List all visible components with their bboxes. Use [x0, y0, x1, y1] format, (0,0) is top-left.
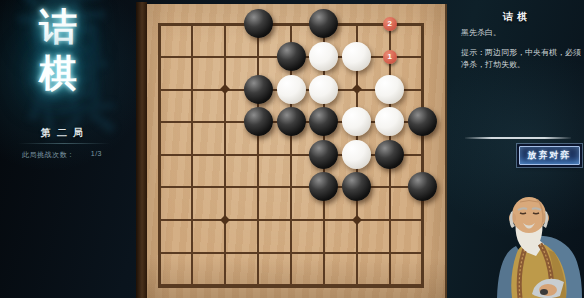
- board-cell[interactable]: [242, 105, 275, 138]
- white-stone: [342, 42, 371, 71]
- black-stone: [375, 140, 404, 169]
- black-stone: [342, 172, 371, 201]
- board-cell[interactable]: [176, 236, 209, 269]
- board-cell[interactable]: [242, 171, 275, 204]
- board-cell[interactable]: [176, 171, 209, 204]
- board-cell[interactable]: [373, 268, 406, 298]
- black-stone: [309, 172, 338, 201]
- board-cell[interactable]: [209, 8, 242, 41]
- board-cell[interactable]: [143, 105, 176, 138]
- board-cell[interactable]: [242, 268, 275, 298]
- board-cell[interactable]: 1: [373, 40, 406, 73]
- black-stone: [244, 9, 273, 38]
- move-marker: 1: [383, 50, 397, 64]
- board-cell[interactable]: [373, 203, 406, 236]
- panel-divider: [465, 137, 571, 139]
- board-cell[interactable]: [209, 105, 242, 138]
- board-cell[interactable]: [275, 203, 308, 236]
- board-cell[interactable]: [340, 171, 373, 204]
- attempts-label: 此局挑战次数：: [22, 150, 75, 160]
- board-cell[interactable]: [242, 40, 275, 73]
- sidebar: 诘 棋 诘 棋 第二局 此局挑战次数： 1/3: [0, 0, 130, 298]
- white-stone: [375, 75, 404, 104]
- board-cell[interactable]: [373, 236, 406, 269]
- board-cell[interactable]: [143, 236, 176, 269]
- board-cell[interactable]: [275, 73, 308, 106]
- board-cell[interactable]: [176, 203, 209, 236]
- board-cell[interactable]: [143, 138, 176, 171]
- board-cell[interactable]: [307, 105, 340, 138]
- board-cell[interactable]: [406, 268, 439, 298]
- board-cell[interactable]: [242, 138, 275, 171]
- board-cell[interactable]: [242, 236, 275, 269]
- panel-title: 诘棋: [450, 10, 584, 24]
- board-cell[interactable]: [406, 8, 439, 41]
- board-cell[interactable]: [176, 268, 209, 298]
- board-cell[interactable]: [275, 268, 308, 298]
- board-cell[interactable]: [340, 105, 373, 138]
- black-stone: [309, 140, 338, 169]
- board-grid: 21: [143, 8, 439, 298]
- black-stone: [309, 9, 338, 38]
- attempts-value: 1/3: [91, 150, 102, 160]
- white-stone: [277, 75, 306, 104]
- board-cell[interactable]: [406, 105, 439, 138]
- board-cell[interactable]: [406, 236, 439, 269]
- board-cell[interactable]: [275, 171, 308, 204]
- board-cell[interactable]: [176, 138, 209, 171]
- round-label: 第二局: [0, 126, 130, 140]
- go-board: 21: [130, 0, 450, 298]
- board-cell[interactable]: [406, 73, 439, 106]
- board-cell[interactable]: [209, 138, 242, 171]
- board-cell[interactable]: [176, 105, 209, 138]
- board-cell[interactable]: [406, 171, 439, 204]
- board-cell[interactable]: [143, 171, 176, 204]
- board-cell[interactable]: [176, 73, 209, 106]
- hint-text-line1: 提示：两边同形，中央有棋，必须: [461, 47, 583, 58]
- white-stone: [342, 107, 371, 136]
- board-cell[interactable]: 2: [373, 8, 406, 41]
- board-cell[interactable]: [307, 268, 340, 298]
- board-cell[interactable]: [340, 236, 373, 269]
- board-cell[interactable]: [143, 8, 176, 41]
- objective-text: 黑先杀白。: [461, 27, 581, 38]
- sidebar-divider: [18, 143, 110, 144]
- black-stone: [277, 107, 306, 136]
- board-cell[interactable]: [242, 73, 275, 106]
- board-cell[interactable]: [340, 138, 373, 171]
- hint-text-line2: 净杀，打劫失败。: [461, 59, 583, 70]
- board-cell[interactable]: [242, 203, 275, 236]
- board-cell[interactable]: [275, 138, 308, 171]
- puzzle-title-calligraphy: 诘 棋: [0, 4, 116, 96]
- board-cell[interactable]: [209, 171, 242, 204]
- npc-portrait: [482, 190, 584, 298]
- white-stone: [342, 140, 371, 169]
- board-cell[interactable]: [275, 105, 308, 138]
- black-stone: [277, 42, 306, 71]
- board-cell[interactable]: [275, 40, 308, 73]
- black-stone: [408, 172, 437, 201]
- board-cell[interactable]: [176, 40, 209, 73]
- board-cell[interactable]: [340, 8, 373, 41]
- board-surface: 21: [147, 4, 447, 298]
- board-cell[interactable]: [373, 73, 406, 106]
- black-stone: [244, 75, 273, 104]
- board-cell[interactable]: [143, 203, 176, 236]
- board-cell[interactable]: [406, 203, 439, 236]
- board-cell[interactable]: [307, 8, 340, 41]
- board-cell[interactable]: [242, 8, 275, 41]
- board-cell[interactable]: [143, 268, 176, 298]
- board-cell[interactable]: [307, 203, 340, 236]
- board-cell[interactable]: [307, 171, 340, 204]
- board-cell[interactable]: [307, 73, 340, 106]
- board-cell[interactable]: [275, 236, 308, 269]
- board-cell[interactable]: [209, 40, 242, 73]
- board-cell[interactable]: [143, 40, 176, 73]
- board-cell[interactable]: [176, 8, 209, 41]
- board-cell[interactable]: [307, 40, 340, 73]
- info-panel: 诘棋 黑先杀白。 提示：两边同形，中央有棋，必须 净杀，打劫失败。 放弃对弈: [450, 0, 584, 298]
- board-cell[interactable]: [209, 268, 242, 298]
- board-cell[interactable]: [209, 236, 242, 269]
- board-cell[interactable]: [406, 40, 439, 73]
- board-cell[interactable]: [373, 138, 406, 171]
- white-stone: [375, 107, 404, 136]
- black-stone: [244, 107, 273, 136]
- board-cell[interactable]: [307, 138, 340, 171]
- page: 诘 棋 诘 棋 第二局 此局挑战次数： 1/3 21 诘棋 黑先杀白。 提示：两…: [0, 0, 584, 298]
- board-cell[interactable]: [373, 171, 406, 204]
- board-cell[interactable]: [406, 138, 439, 171]
- board-cell[interactable]: [143, 73, 176, 106]
- board-cell[interactable]: [340, 268, 373, 298]
- black-stone: [408, 107, 437, 136]
- attempts-counter: 此局挑战次数： 1/3: [22, 150, 102, 160]
- white-stone: [309, 75, 338, 104]
- white-stone: [309, 42, 338, 71]
- board-cell[interactable]: [307, 236, 340, 269]
- board-cell[interactable]: [340, 40, 373, 73]
- move-marker: 2: [383, 17, 397, 31]
- board-cell[interactable]: [373, 105, 406, 138]
- give-up-button[interactable]: 放弃对弈: [519, 146, 580, 165]
- board-cell[interactable]: [275, 8, 308, 41]
- black-stone: [309, 107, 338, 136]
